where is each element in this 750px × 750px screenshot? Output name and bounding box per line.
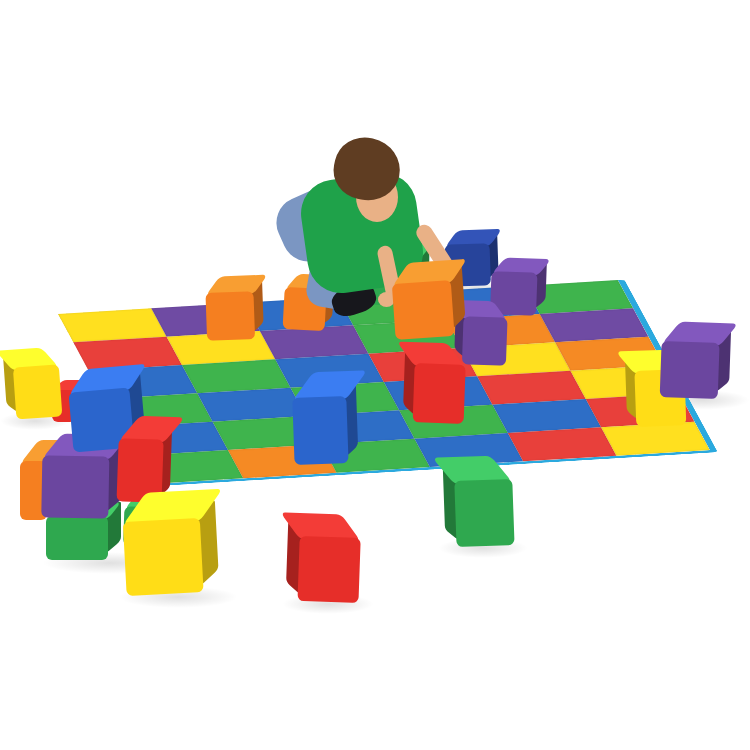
cube-front-face bbox=[46, 516, 108, 560]
red-front-center-block bbox=[297, 513, 361, 603]
mat-square-r5c4-red bbox=[508, 427, 617, 461]
orange-on-mat-a-block bbox=[205, 275, 255, 341]
purple-floor-right-block bbox=[660, 321, 721, 399]
yellow-floor-left-block bbox=[12, 346, 63, 419]
green-front-right-block bbox=[453, 455, 514, 547]
cube-front-face bbox=[660, 341, 720, 399]
cube-front-face bbox=[205, 291, 255, 341]
blue-on-mat-block bbox=[291, 371, 348, 465]
red-stacked-block bbox=[117, 415, 165, 503]
mat-square-r5c5-yellow bbox=[601, 422, 710, 456]
cube-front-face bbox=[413, 363, 466, 424]
cube-front-face bbox=[454, 479, 514, 547]
yellow-front-left-block bbox=[121, 490, 203, 596]
orange-held-block bbox=[390, 260, 454, 340]
cube-front-face bbox=[392, 280, 455, 340]
cube-front-face bbox=[292, 396, 348, 465]
red-on-mat-block bbox=[413, 342, 467, 424]
cube-front-face bbox=[41, 455, 109, 518]
cube-front-face bbox=[123, 518, 204, 596]
cube-front-face bbox=[13, 364, 63, 419]
play-scene-photo bbox=[0, 0, 750, 750]
cube-front-face bbox=[297, 536, 360, 603]
